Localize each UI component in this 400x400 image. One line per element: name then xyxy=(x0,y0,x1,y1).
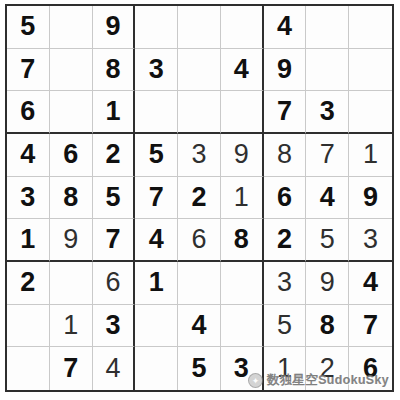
sudoku-board: 5947834961734625398713857216491974682532… xyxy=(7,6,392,390)
cell-r3c6[interactable] xyxy=(221,91,264,134)
cell-r2c7[interactable]: 9 xyxy=(264,49,307,92)
cell-r5c2[interactable]: 8 xyxy=(50,177,93,220)
cell-r6c8[interactable]: 5 xyxy=(306,219,349,262)
cell-r2c9[interactable] xyxy=(349,49,392,92)
cell-r6c2[interactable]: 9 xyxy=(50,219,93,262)
cell-r1c8[interactable] xyxy=(306,6,349,49)
cell-r5c3[interactable]: 5 xyxy=(93,177,136,220)
cell-r7c5[interactable] xyxy=(178,262,221,305)
cell-r2c4[interactable]: 3 xyxy=(135,49,178,92)
cell-r5c7[interactable]: 6 xyxy=(264,177,307,220)
cell-r8c3[interactable]: 3 xyxy=(93,305,136,348)
cell-r2c2[interactable] xyxy=(50,49,93,92)
cell-r5c8[interactable]: 4 xyxy=(306,177,349,220)
cell-r8c6[interactable] xyxy=(221,305,264,348)
cell-r3c3[interactable]: 1 xyxy=(93,91,136,134)
cell-r8c5[interactable]: 4 xyxy=(178,305,221,348)
cell-r1c3[interactable]: 9 xyxy=(93,6,136,49)
sudoku-board-frame: 5947834961734625398713857216491974682532… xyxy=(5,4,394,392)
cell-r7c3[interactable]: 6 xyxy=(93,262,136,305)
cell-r9c8[interactable]: 2 xyxy=(306,347,349,390)
cell-r8c4[interactable] xyxy=(135,305,178,348)
cell-r7c2[interactable] xyxy=(50,262,93,305)
cell-r3c4[interactable] xyxy=(135,91,178,134)
cell-r4c7[interactable]: 8 xyxy=(264,134,307,177)
cell-r3c2[interactable] xyxy=(50,91,93,134)
cell-r4c6[interactable]: 9 xyxy=(221,134,264,177)
cell-r9c1[interactable] xyxy=(7,347,50,390)
cell-r3c1[interactable]: 6 xyxy=(7,91,50,134)
cell-r6c9[interactable]: 3 xyxy=(349,219,392,262)
cell-r5c9[interactable]: 9 xyxy=(349,177,392,220)
cell-r4c1[interactable]: 4 xyxy=(7,134,50,177)
cell-r3c5[interactable] xyxy=(178,91,221,134)
cell-r9c4[interactable] xyxy=(135,347,178,390)
cell-r1c2[interactable] xyxy=(50,6,93,49)
cell-r1c9[interactable] xyxy=(349,6,392,49)
cell-r7c4[interactable]: 1 xyxy=(135,262,178,305)
cell-r7c1[interactable]: 2 xyxy=(7,262,50,305)
cell-r8c2[interactable]: 1 xyxy=(50,305,93,348)
sudoku-page: 5947834961734625398713857216491974682532… xyxy=(0,0,400,400)
cell-r9c6[interactable]: 3 xyxy=(221,347,264,390)
cell-r9c5[interactable]: 5 xyxy=(178,347,221,390)
cell-r2c8[interactable] xyxy=(306,49,349,92)
cell-r1c1[interactable]: 5 xyxy=(7,6,50,49)
cell-r8c8[interactable]: 8 xyxy=(306,305,349,348)
cell-r3c9[interactable] xyxy=(349,91,392,134)
cell-r4c9[interactable]: 1 xyxy=(349,134,392,177)
cell-r7c7[interactable]: 3 xyxy=(264,262,307,305)
cell-r7c9[interactable]: 4 xyxy=(349,262,392,305)
cell-r2c5[interactable] xyxy=(178,49,221,92)
cell-r4c2[interactable]: 6 xyxy=(50,134,93,177)
cell-r7c6[interactable] xyxy=(221,262,264,305)
cell-r9c2[interactable]: 7 xyxy=(50,347,93,390)
cell-r8c7[interactable]: 5 xyxy=(264,305,307,348)
cell-r1c5[interactable] xyxy=(178,6,221,49)
cell-r2c6[interactable]: 4 xyxy=(221,49,264,92)
cell-r6c4[interactable]: 4 xyxy=(135,219,178,262)
cell-r8c1[interactable] xyxy=(7,305,50,348)
cell-r5c4[interactable]: 7 xyxy=(135,177,178,220)
cell-r6c6[interactable]: 8 xyxy=(221,219,264,262)
cell-r2c1[interactable]: 7 xyxy=(7,49,50,92)
cell-r9c3[interactable]: 4 xyxy=(93,347,136,390)
cell-r4c4[interactable]: 5 xyxy=(135,134,178,177)
cell-r1c4[interactable] xyxy=(135,6,178,49)
cell-r1c7[interactable]: 4 xyxy=(264,6,307,49)
cell-r9c7[interactable]: 1 xyxy=(264,347,307,390)
cell-r8c9[interactable]: 7 xyxy=(349,305,392,348)
cell-r4c8[interactable]: 7 xyxy=(306,134,349,177)
cell-r1c6[interactable] xyxy=(221,6,264,49)
cell-r2c3[interactable]: 8 xyxy=(93,49,136,92)
cell-r3c8[interactable]: 3 xyxy=(306,91,349,134)
cell-r5c6[interactable]: 1 xyxy=(221,177,264,220)
cell-r6c3[interactable]: 7 xyxy=(93,219,136,262)
cell-r5c1[interactable]: 3 xyxy=(7,177,50,220)
cell-r6c7[interactable]: 2 xyxy=(264,219,307,262)
cell-r3c7[interactable]: 7 xyxy=(264,91,307,134)
cell-r9c9[interactable]: 6 xyxy=(349,347,392,390)
cell-r6c5[interactable]: 6 xyxy=(178,219,221,262)
cell-r4c5[interactable]: 3 xyxy=(178,134,221,177)
cell-r6c1[interactable]: 1 xyxy=(7,219,50,262)
cell-r4c3[interactable]: 2 xyxy=(93,134,136,177)
cell-r7c8[interactable]: 9 xyxy=(306,262,349,305)
cell-r5c5[interactable]: 2 xyxy=(178,177,221,220)
